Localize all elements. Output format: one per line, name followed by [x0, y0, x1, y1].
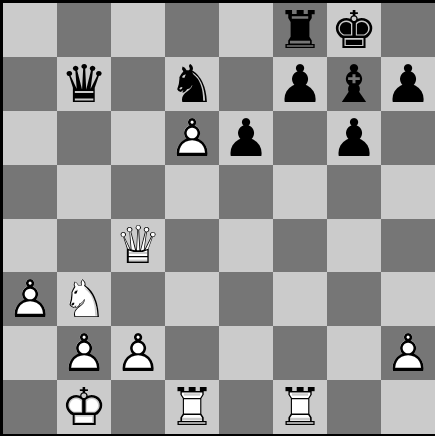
piece-glyph: ♟	[273, 57, 327, 111]
white-rook-piece[interactable]: ♜♖	[165, 380, 219, 434]
square-c5[interactable]	[111, 165, 165, 219]
square-e4[interactable]	[219, 219, 273, 273]
square-e2[interactable]	[219, 326, 273, 380]
black-pawn-piece[interactable]: ♟	[273, 57, 327, 111]
square-d1[interactable]: ♜♖	[165, 380, 219, 434]
square-g8[interactable]: ♚	[327, 3, 381, 57]
square-d3[interactable]	[165, 272, 219, 326]
square-a6[interactable]	[3, 111, 57, 165]
square-c6[interactable]	[111, 111, 165, 165]
white-knight-piece[interactable]: ♞♘	[57, 272, 111, 326]
square-c8[interactable]	[111, 3, 165, 57]
white-pawn-piece[interactable]: ♟♙	[111, 326, 165, 380]
piece-outline-glyph: ♙	[381, 326, 435, 380]
square-d5[interactable]	[165, 165, 219, 219]
piece-glyph: ♜	[273, 3, 327, 57]
square-d2[interactable]	[165, 326, 219, 380]
square-b5[interactable]	[57, 165, 111, 219]
square-a1[interactable]	[3, 380, 57, 434]
square-f7[interactable]: ♟	[273, 57, 327, 111]
square-c7[interactable]	[111, 57, 165, 111]
white-pawn-piece[interactable]: ♟♙	[3, 272, 57, 326]
square-a5[interactable]	[3, 165, 57, 219]
square-a4[interactable]	[3, 219, 57, 273]
chess-board: ♜♚♛♞♟♝♟♟♙♟♟♛♕♟♙♞♘♟♙♟♙♟♙♚♔♜♖♜♖	[0, 0, 435, 436]
square-c3[interactable]	[111, 272, 165, 326]
square-g3[interactable]	[327, 272, 381, 326]
square-b4[interactable]	[57, 219, 111, 273]
square-h4[interactable]	[381, 219, 435, 273]
square-a8[interactable]	[3, 3, 57, 57]
square-g5[interactable]	[327, 165, 381, 219]
square-h7[interactable]: ♟	[381, 57, 435, 111]
black-pawn-piece[interactable]: ♟	[219, 111, 273, 165]
square-h6[interactable]	[381, 111, 435, 165]
square-g7[interactable]: ♝	[327, 57, 381, 111]
piece-glyph: ♟	[219, 111, 273, 165]
square-b2[interactable]: ♟♙	[57, 326, 111, 380]
square-c2[interactable]: ♟♙	[111, 326, 165, 380]
square-f6[interactable]	[273, 111, 327, 165]
square-b6[interactable]	[57, 111, 111, 165]
piece-glyph: ♟	[327, 111, 381, 165]
chess-board-wrap: ♜♚♛♞♟♝♟♟♙♟♟♛♕♟♙♞♘♟♙♟♙♟♙♚♔♜♖♜♖	[0, 0, 435, 436]
square-a2[interactable]	[3, 326, 57, 380]
piece-outline-glyph: ♖	[273, 380, 327, 434]
square-d4[interactable]	[165, 219, 219, 273]
square-h8[interactable]	[381, 3, 435, 57]
square-h1[interactable]	[381, 380, 435, 434]
square-d7[interactable]: ♞	[165, 57, 219, 111]
piece-outline-glyph: ♙	[165, 111, 219, 165]
white-king-piece[interactable]: ♚♔	[57, 380, 111, 434]
square-e8[interactable]	[219, 3, 273, 57]
square-e7[interactable]	[219, 57, 273, 111]
square-g1[interactable]	[327, 380, 381, 434]
piece-glyph: ♟	[381, 57, 435, 111]
black-knight-piece[interactable]: ♞	[165, 57, 219, 111]
square-g2[interactable]	[327, 326, 381, 380]
square-g4[interactable]	[327, 219, 381, 273]
piece-outline-glyph: ♘	[57, 272, 111, 326]
square-f1[interactable]: ♜♖	[273, 380, 327, 434]
square-b8[interactable]	[57, 3, 111, 57]
piece-glyph: ♞	[165, 57, 219, 111]
piece-outline-glyph: ♙	[3, 272, 57, 326]
white-pawn-piece[interactable]: ♟♙	[57, 326, 111, 380]
square-e1[interactable]	[219, 380, 273, 434]
square-b3[interactable]: ♞♘	[57, 272, 111, 326]
piece-outline-glyph: ♙	[57, 326, 111, 380]
square-b1[interactable]: ♚♔	[57, 380, 111, 434]
black-queen-piece[interactable]: ♛	[57, 57, 111, 111]
square-e6[interactable]: ♟	[219, 111, 273, 165]
square-h5[interactable]	[381, 165, 435, 219]
square-a3[interactable]: ♟♙	[3, 272, 57, 326]
square-f3[interactable]	[273, 272, 327, 326]
white-queen-piece[interactable]: ♛♕	[111, 219, 165, 273]
square-h2[interactable]: ♟♙	[381, 326, 435, 380]
black-pawn-piece[interactable]: ♟	[327, 111, 381, 165]
square-g6[interactable]: ♟	[327, 111, 381, 165]
black-king-piece[interactable]: ♚	[327, 3, 381, 57]
piece-glyph: ♚	[327, 3, 381, 57]
piece-glyph: ♛	[57, 57, 111, 111]
square-c4[interactable]: ♛♕	[111, 219, 165, 273]
square-e3[interactable]	[219, 272, 273, 326]
square-d6[interactable]: ♟♙	[165, 111, 219, 165]
white-pawn-piece[interactable]: ♟♙	[381, 326, 435, 380]
square-b7[interactable]: ♛	[57, 57, 111, 111]
piece-outline-glyph: ♙	[111, 326, 165, 380]
white-pawn-piece[interactable]: ♟♙	[165, 111, 219, 165]
square-f5[interactable]	[273, 165, 327, 219]
square-c1[interactable]	[111, 380, 165, 434]
black-bishop-piece[interactable]: ♝	[327, 57, 381, 111]
square-h3[interactable]	[381, 272, 435, 326]
black-rook-piece[interactable]: ♜	[273, 3, 327, 57]
square-a7[interactable]	[3, 57, 57, 111]
piece-outline-glyph: ♖	[165, 380, 219, 434]
black-pawn-piece[interactable]: ♟	[381, 57, 435, 111]
square-f2[interactable]	[273, 326, 327, 380]
square-e5[interactable]	[219, 165, 273, 219]
square-d8[interactable]	[165, 3, 219, 57]
white-rook-piece[interactable]: ♜♖	[273, 380, 327, 434]
piece-glyph: ♝	[327, 57, 381, 111]
square-f4[interactable]	[273, 219, 327, 273]
piece-outline-glyph: ♔	[57, 380, 111, 434]
piece-outline-glyph: ♕	[111, 219, 165, 273]
square-f8[interactable]: ♜	[273, 3, 327, 57]
